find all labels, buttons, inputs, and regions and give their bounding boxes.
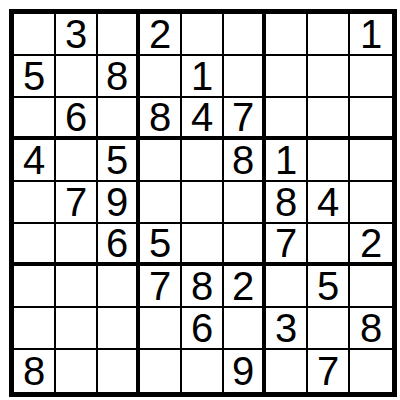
- cell-r6c5-empty[interactable]: [182, 224, 224, 266]
- cell-r5c2-given-7: 7: [56, 182, 98, 224]
- cell-r9c3-empty[interactable]: [98, 350, 140, 392]
- cell-r9c9-empty[interactable]: [350, 350, 392, 392]
- cell-r1c1-empty[interactable]: [14, 14, 56, 56]
- sudoku-board: 32158168474581798465727825638897: [9, 9, 397, 397]
- cell-r8c7-given-3: 3: [266, 308, 308, 350]
- cell-r4c5-empty[interactable]: [182, 140, 224, 182]
- cell-r6c7-given-7: 7: [266, 224, 308, 266]
- cell-r5c3-given-9: 9: [98, 182, 140, 224]
- cell-r2c4-empty[interactable]: [140, 56, 182, 98]
- cell-r8c6-empty[interactable]: [224, 308, 266, 350]
- cell-r9c7-empty[interactable]: [266, 350, 308, 392]
- cell-r5c4-empty[interactable]: [140, 182, 182, 224]
- cell-r6c6-empty[interactable]: [224, 224, 266, 266]
- cell-r7c3-empty[interactable]: [98, 266, 140, 308]
- cell-r9c4-empty[interactable]: [140, 350, 182, 392]
- cell-r1c5-empty[interactable]: [182, 14, 224, 56]
- cell-r3c8-empty[interactable]: [308, 98, 350, 140]
- cell-r2c9-empty[interactable]: [350, 56, 392, 98]
- cell-r5c5-empty[interactable]: [182, 182, 224, 224]
- cell-r3c7-empty[interactable]: [266, 98, 308, 140]
- cell-r7c9-empty[interactable]: [350, 266, 392, 308]
- cell-r5c7-given-8: 8: [266, 182, 308, 224]
- cell-r2c7-empty[interactable]: [266, 56, 308, 98]
- cell-r7c4-given-7: 7: [140, 266, 182, 308]
- cell-r1c6-empty[interactable]: [224, 14, 266, 56]
- cell-r6c8-empty[interactable]: [308, 224, 350, 266]
- cell-r8c4-empty[interactable]: [140, 308, 182, 350]
- cell-r3c6-given-7: 7: [224, 98, 266, 140]
- cell-r9c5-empty[interactable]: [182, 350, 224, 392]
- cell-r7c1-empty[interactable]: [14, 266, 56, 308]
- cell-r2c3-given-8: 8: [98, 56, 140, 98]
- cell-r7c5-given-8: 8: [182, 266, 224, 308]
- cell-r1c7-empty[interactable]: [266, 14, 308, 56]
- cell-r2c6-empty[interactable]: [224, 56, 266, 98]
- cell-r8c2-empty[interactable]: [56, 308, 98, 350]
- cell-r6c2-empty[interactable]: [56, 224, 98, 266]
- cell-r5c8-given-4: 4: [308, 182, 350, 224]
- cell-r9c6-given-9: 9: [224, 350, 266, 392]
- cell-r9c8-given-7: 7: [308, 350, 350, 392]
- cell-r4c4-empty[interactable]: [140, 140, 182, 182]
- cell-r1c2-given-3: 3: [56, 14, 98, 56]
- cell-r5c1-empty[interactable]: [14, 182, 56, 224]
- cell-r4c3-given-5: 5: [98, 140, 140, 182]
- cell-r4c1-given-4: 4: [14, 140, 56, 182]
- cell-r1c8-empty[interactable]: [308, 14, 350, 56]
- cell-r3c4-given-8: 8: [140, 98, 182, 140]
- cell-r2c5-given-1: 1: [182, 56, 224, 98]
- cell-r2c8-empty[interactable]: [308, 56, 350, 98]
- sudoku-page: 32158168474581798465727825638897: [0, 0, 400, 400]
- cell-r8c1-empty[interactable]: [14, 308, 56, 350]
- cell-r3c1-empty[interactable]: [14, 98, 56, 140]
- cell-r2c1-given-5: 5: [14, 56, 56, 98]
- cell-r5c9-empty[interactable]: [350, 182, 392, 224]
- cell-r1c9-given-1: 1: [350, 14, 392, 56]
- cell-r1c3-empty[interactable]: [98, 14, 140, 56]
- cell-r7c7-empty[interactable]: [266, 266, 308, 308]
- cell-r4c2-empty[interactable]: [56, 140, 98, 182]
- cell-r7c8-given-5: 5: [308, 266, 350, 308]
- cell-r8c3-empty[interactable]: [98, 308, 140, 350]
- cell-r9c2-empty[interactable]: [56, 350, 98, 392]
- cell-r1c4-given-2: 2: [140, 14, 182, 56]
- cell-r9c1-given-8: 8: [14, 350, 56, 392]
- cell-r6c9-given-2: 2: [350, 224, 392, 266]
- cell-r8c9-given-8: 8: [350, 308, 392, 350]
- cell-r7c2-empty[interactable]: [56, 266, 98, 308]
- cell-r3c9-empty[interactable]: [350, 98, 392, 140]
- cell-r6c3-given-6: 6: [98, 224, 140, 266]
- cell-r5c6-empty[interactable]: [224, 182, 266, 224]
- cell-r2c2-empty[interactable]: [56, 56, 98, 98]
- cell-r7c6-given-2: 2: [224, 266, 266, 308]
- cell-r4c6-given-8: 8: [224, 140, 266, 182]
- cell-r3c5-given-4: 4: [182, 98, 224, 140]
- cell-r8c8-empty[interactable]: [308, 308, 350, 350]
- cell-r4c8-empty[interactable]: [308, 140, 350, 182]
- cell-r4c9-empty[interactable]: [350, 140, 392, 182]
- cell-r4c7-given-1: 1: [266, 140, 308, 182]
- cell-r6c4-given-5: 5: [140, 224, 182, 266]
- cell-r3c2-given-6: 6: [56, 98, 98, 140]
- cell-r8c5-given-6: 6: [182, 308, 224, 350]
- cell-r6c1-empty[interactable]: [14, 224, 56, 266]
- cell-r3c3-empty[interactable]: [98, 98, 140, 140]
